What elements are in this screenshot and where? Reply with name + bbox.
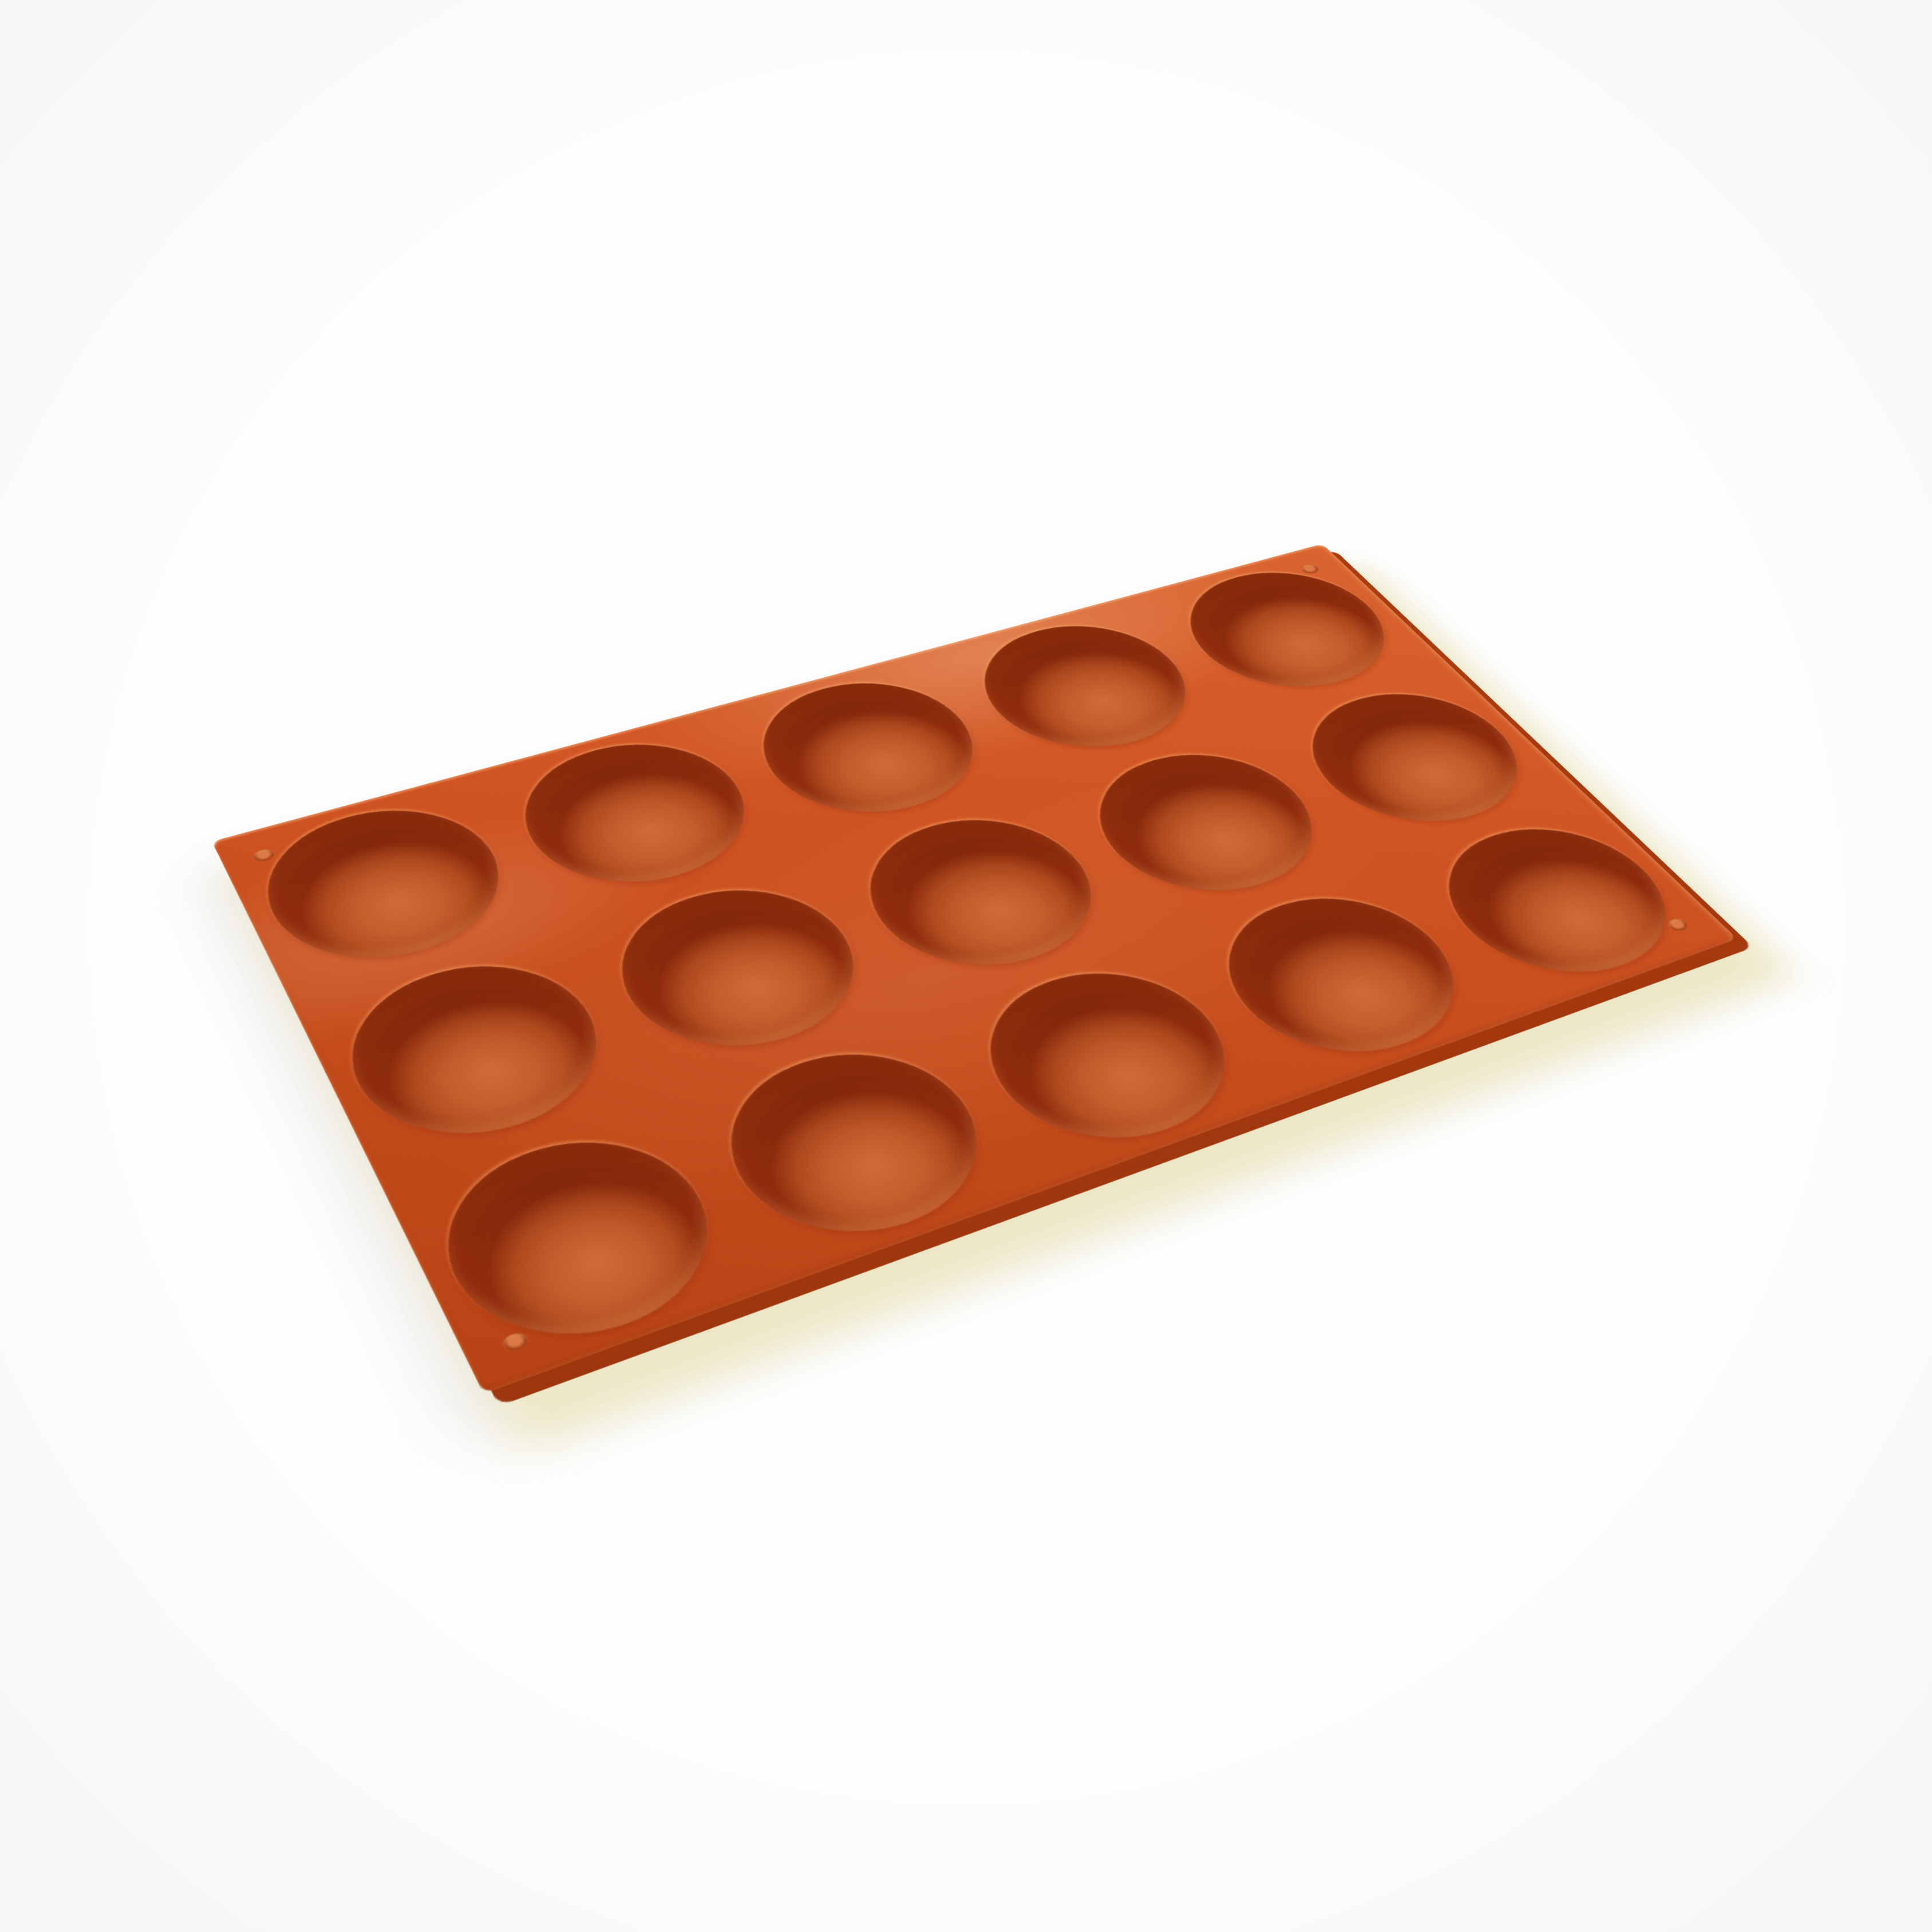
tartlet-cavity [587, 867, 891, 1073]
photo-backdrop [0, 0, 1932, 1932]
tartlet-cavity [1274, 675, 1557, 843]
tartlet-cavity [320, 941, 632, 1163]
tartlet-cavity [730, 664, 1009, 834]
silicone-mold [212, 544, 1737, 1394]
corner-dimple [1298, 563, 1321, 575]
corner-dimple [250, 847, 276, 863]
tartlet-cavity [833, 799, 1130, 990]
tartlet-cavity [239, 789, 531, 983]
corner-dimple [1664, 916, 1691, 933]
tartlet-cavity [950, 609, 1222, 768]
tartlet-cavity [1155, 556, 1421, 706]
tartlet-cavity [1061, 735, 1352, 914]
tartlet-cavity [493, 724, 779, 906]
corner-dimple [499, 1330, 531, 1353]
